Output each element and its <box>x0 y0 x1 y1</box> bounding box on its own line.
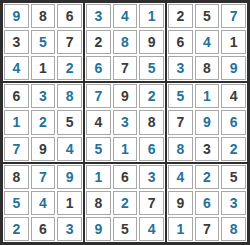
cell-r3c1[interactable]: 4 <box>4 56 29 80</box>
cell-r5c2[interactable]: 2 <box>31 110 56 134</box>
cell-r1c4[interactable]: 3 <box>86 4 111 28</box>
cell-r4c9[interactable]: 4 <box>221 84 246 108</box>
cell-r3c6[interactable]: 5 <box>139 56 164 80</box>
cell-r9c5[interactable]: 5 <box>113 217 138 241</box>
cell-r8c8[interactable]: 6 <box>195 191 220 215</box>
cell-r1c8[interactable]: 5 <box>195 4 220 28</box>
cell-r4c1[interactable]: 6 <box>4 84 29 108</box>
cell-r4c3[interactable]: 8 <box>57 84 82 108</box>
cell-r6c1[interactable]: 7 <box>4 137 29 161</box>
cell-r9c2[interactable]: 6 <box>31 217 56 241</box>
cell-r7c5[interactable]: 6 <box>113 165 138 189</box>
cell-r5c3[interactable]: 5 <box>57 110 82 134</box>
cell-r2c5[interactable]: 8 <box>113 30 138 54</box>
cell-r5c1[interactable]: 1 <box>4 110 29 134</box>
cell-r1c3[interactable]: 6 <box>57 4 82 28</box>
cell-r6c9[interactable]: 2 <box>221 137 246 161</box>
cell-r6c2[interactable]: 9 <box>31 137 56 161</box>
cell-r2c4[interactable]: 2 <box>86 30 111 54</box>
cell-r3c7[interactable]: 3 <box>168 56 193 80</box>
cell-r7c8[interactable]: 2 <box>195 165 220 189</box>
box-3-1: 879541263 <box>2 163 84 243</box>
cell-r8c5[interactable]: 2 <box>113 191 138 215</box>
cell-r3c9[interactable]: 9 <box>221 56 246 80</box>
sudoku-board: 9863574123412896752576413896381257947924… <box>0 0 250 245</box>
box-1-3: 257641389 <box>166 2 248 82</box>
cell-r4c4[interactable]: 7 <box>86 84 111 108</box>
cell-r7c3[interactable]: 9 <box>57 165 82 189</box>
cell-r9c8[interactable]: 7 <box>195 217 220 241</box>
cell-r7c9[interactable]: 5 <box>221 165 246 189</box>
box-3-3: 425963178 <box>166 163 248 243</box>
cell-r5c4[interactable]: 4 <box>86 110 111 134</box>
cell-r9c6[interactable]: 4 <box>139 217 164 241</box>
box-2-3: 514796832 <box>166 82 248 162</box>
cell-r7c4[interactable]: 1 <box>86 165 111 189</box>
cell-r8c2[interactable]: 4 <box>31 191 56 215</box>
cell-r9c7[interactable]: 1 <box>168 217 193 241</box>
box-3-2: 163827954 <box>84 163 166 243</box>
cell-r2c9[interactable]: 1 <box>221 30 246 54</box>
cell-r7c6[interactable]: 3 <box>139 165 164 189</box>
cell-r4c2[interactable]: 3 <box>31 84 56 108</box>
cell-r4c5[interactable]: 9 <box>113 84 138 108</box>
cell-r5c7[interactable]: 7 <box>168 110 193 134</box>
cell-r4c7[interactable]: 5 <box>168 84 193 108</box>
cell-r1c7[interactable]: 2 <box>168 4 193 28</box>
cell-r5c5[interactable]: 3 <box>113 110 138 134</box>
cell-r2c8[interactable]: 4 <box>195 30 220 54</box>
cell-r6c3[interactable]: 4 <box>57 137 82 161</box>
cell-r6c5[interactable]: 1 <box>113 137 138 161</box>
cell-r6c7[interactable]: 8 <box>168 137 193 161</box>
cell-r2c6[interactable]: 9 <box>139 30 164 54</box>
cell-r4c8[interactable]: 1 <box>195 84 220 108</box>
cell-r6c6[interactable]: 6 <box>139 137 164 161</box>
box-2-1: 638125794 <box>2 82 84 162</box>
cell-r8c3[interactable]: 1 <box>57 191 82 215</box>
cell-r6c8[interactable]: 3 <box>195 137 220 161</box>
cell-r1c6[interactable]: 1 <box>139 4 164 28</box>
cell-r1c1[interactable]: 9 <box>4 4 29 28</box>
box-2-2: 792438516 <box>84 82 166 162</box>
cell-r1c2[interactable]: 8 <box>31 4 56 28</box>
cell-r2c7[interactable]: 6 <box>168 30 193 54</box>
cell-r9c3[interactable]: 3 <box>57 217 82 241</box>
cell-r2c3[interactable]: 7 <box>57 30 82 54</box>
cell-r8c6[interactable]: 7 <box>139 191 164 215</box>
cell-r6c4[interactable]: 5 <box>86 137 111 161</box>
cell-r9c4[interactable]: 9 <box>86 217 111 241</box>
box-1-1: 986357412 <box>2 2 84 82</box>
cell-r3c5[interactable]: 7 <box>113 56 138 80</box>
cell-r5c6[interactable]: 8 <box>139 110 164 134</box>
cell-r8c7[interactable]: 9 <box>168 191 193 215</box>
cell-r7c7[interactable]: 4 <box>168 165 193 189</box>
cell-r8c9[interactable]: 3 <box>221 191 246 215</box>
cell-r5c9[interactable]: 6 <box>221 110 246 134</box>
cell-r7c1[interactable]: 8 <box>4 165 29 189</box>
cell-r8c4[interactable]: 8 <box>86 191 111 215</box>
cell-r3c8[interactable]: 8 <box>195 56 220 80</box>
cell-r3c4[interactable]: 6 <box>86 56 111 80</box>
cell-r3c2[interactable]: 1 <box>31 56 56 80</box>
cell-r2c2[interactable]: 5 <box>31 30 56 54</box>
cell-r2c1[interactable]: 3 <box>4 30 29 54</box>
cell-r9c1[interactable]: 2 <box>4 217 29 241</box>
cell-r7c2[interactable]: 7 <box>31 165 56 189</box>
cell-r9c9[interactable]: 8 <box>221 217 246 241</box>
cell-r1c9[interactable]: 7 <box>221 4 246 28</box>
cell-r8c1[interactable]: 5 <box>4 191 29 215</box>
cell-r1c5[interactable]: 4 <box>113 4 138 28</box>
cell-r5c8[interactable]: 9 <box>195 110 220 134</box>
box-1-2: 341289675 <box>84 2 166 82</box>
cell-r4c6[interactable]: 2 <box>139 84 164 108</box>
cell-r3c3[interactable]: 2 <box>57 56 82 80</box>
